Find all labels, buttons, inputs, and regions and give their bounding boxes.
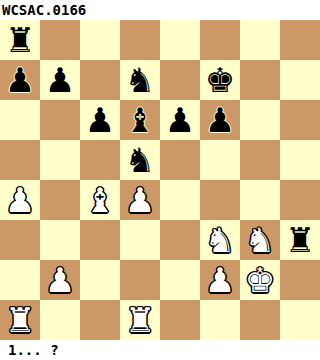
square-a2[interactable] bbox=[0, 260, 40, 300]
square-h6[interactable] bbox=[280, 100, 320, 140]
square-e5[interactable] bbox=[160, 140, 200, 180]
square-h7[interactable] bbox=[280, 60, 320, 100]
square-d7[interactable]: ♞ bbox=[120, 60, 160, 100]
square-b4[interactable] bbox=[40, 180, 80, 220]
white-rook-piece: ♜ bbox=[120, 300, 160, 340]
square-c3[interactable] bbox=[80, 220, 120, 260]
square-g5[interactable] bbox=[240, 140, 280, 180]
move-prompt: 1... ? bbox=[0, 340, 320, 360]
white-king-piece: ♚ bbox=[240, 260, 280, 300]
white-pawn-piece: ♟ bbox=[40, 260, 80, 300]
square-b1[interactable] bbox=[40, 300, 80, 340]
square-h4[interactable] bbox=[280, 180, 320, 220]
square-a4[interactable]: ♟ bbox=[0, 180, 40, 220]
square-g3[interactable]: ♞ bbox=[240, 220, 280, 260]
square-a3[interactable] bbox=[0, 220, 40, 260]
square-c8[interactable] bbox=[80, 20, 120, 60]
square-a6[interactable] bbox=[0, 100, 40, 140]
square-h8[interactable] bbox=[280, 20, 320, 60]
square-g4[interactable] bbox=[240, 180, 280, 220]
square-a5[interactable] bbox=[0, 140, 40, 180]
white-rook-piece: ♜ bbox=[0, 300, 40, 340]
square-c2[interactable] bbox=[80, 260, 120, 300]
square-e2[interactable] bbox=[160, 260, 200, 300]
square-b2[interactable]: ♟ bbox=[40, 260, 80, 300]
square-f6[interactable]: ♟ bbox=[200, 100, 240, 140]
square-h3[interactable]: ♜ bbox=[280, 220, 320, 260]
square-d6[interactable]: ♝ bbox=[120, 100, 160, 140]
square-f3[interactable]: ♞ bbox=[200, 220, 240, 260]
square-h1[interactable] bbox=[280, 300, 320, 340]
square-a7[interactable]: ♟ bbox=[0, 60, 40, 100]
square-f5[interactable] bbox=[200, 140, 240, 180]
square-b7[interactable]: ♟ bbox=[40, 60, 80, 100]
black-rook-piece: ♜ bbox=[280, 220, 320, 260]
square-b3[interactable] bbox=[40, 220, 80, 260]
square-e3[interactable] bbox=[160, 220, 200, 260]
chess-board: ♜♟♟♞♚♟♝♟♟♞♟♝♟♞♞♜♟♟♚♜♜ bbox=[0, 20, 320, 340]
square-g7[interactable] bbox=[240, 60, 280, 100]
square-g8[interactable] bbox=[240, 20, 280, 60]
square-a8[interactable]: ♜ bbox=[0, 20, 40, 60]
black-pawn-piece: ♟ bbox=[40, 60, 80, 100]
square-d2[interactable] bbox=[120, 260, 160, 300]
white-knight-piece: ♞ bbox=[240, 220, 280, 260]
square-b5[interactable] bbox=[40, 140, 80, 180]
black-pawn-piece: ♟ bbox=[0, 60, 40, 100]
square-f8[interactable] bbox=[200, 20, 240, 60]
square-f7[interactable]: ♚ bbox=[200, 60, 240, 100]
square-d1[interactable]: ♜ bbox=[120, 300, 160, 340]
square-c1[interactable] bbox=[80, 300, 120, 340]
square-f1[interactable] bbox=[200, 300, 240, 340]
square-d3[interactable] bbox=[120, 220, 160, 260]
black-king-piece: ♚ bbox=[200, 60, 240, 100]
black-pawn-piece: ♟ bbox=[80, 100, 120, 140]
black-rook-piece: ♜ bbox=[0, 20, 40, 60]
white-pawn-piece: ♟ bbox=[0, 180, 40, 220]
square-a1[interactable]: ♜ bbox=[0, 300, 40, 340]
square-e7[interactable] bbox=[160, 60, 200, 100]
square-d8[interactable] bbox=[120, 20, 160, 60]
square-g2[interactable]: ♚ bbox=[240, 260, 280, 300]
square-e8[interactable] bbox=[160, 20, 200, 60]
square-e6[interactable]: ♟ bbox=[160, 100, 200, 140]
square-h5[interactable] bbox=[280, 140, 320, 180]
black-pawn-piece: ♟ bbox=[160, 100, 200, 140]
square-b8[interactable] bbox=[40, 20, 80, 60]
black-bishop-piece: ♝ bbox=[120, 100, 160, 140]
black-knight-piece: ♞ bbox=[120, 60, 160, 100]
square-g1[interactable] bbox=[240, 300, 280, 340]
black-pawn-piece: ♟ bbox=[200, 100, 240, 140]
square-f4[interactable] bbox=[200, 180, 240, 220]
square-c6[interactable]: ♟ bbox=[80, 100, 120, 140]
square-d5[interactable]: ♞ bbox=[120, 140, 160, 180]
white-pawn-piece: ♟ bbox=[120, 180, 160, 220]
square-c4[interactable]: ♝ bbox=[80, 180, 120, 220]
white-bishop-piece: ♝ bbox=[80, 180, 120, 220]
square-c7[interactable] bbox=[80, 60, 120, 100]
square-f2[interactable]: ♟ bbox=[200, 260, 240, 300]
square-e4[interactable] bbox=[160, 180, 200, 220]
square-g6[interactable] bbox=[240, 100, 280, 140]
square-c5[interactable] bbox=[80, 140, 120, 180]
white-knight-piece: ♞ bbox=[200, 220, 240, 260]
square-h2[interactable] bbox=[280, 260, 320, 300]
square-d4[interactable]: ♟ bbox=[120, 180, 160, 220]
black-knight-piece: ♞ bbox=[120, 140, 160, 180]
square-b6[interactable] bbox=[40, 100, 80, 140]
white-pawn-piece: ♟ bbox=[200, 260, 240, 300]
square-e1[interactable] bbox=[160, 300, 200, 340]
puzzle-title: WCSAC.0166 bbox=[0, 0, 320, 20]
